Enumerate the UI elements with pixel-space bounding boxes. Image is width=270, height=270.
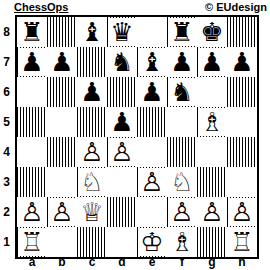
file-label-b: b <box>47 256 77 268</box>
copyright-credit: © EUdesign <box>205 1 267 13</box>
square-h6[interactable] <box>227 77 257 107</box>
rank-label-6: 6 <box>0 77 13 107</box>
white-knight: ♘ <box>79 168 105 196</box>
square-e7[interactable]: ♝ <box>137 47 167 77</box>
square-g7[interactable]: ♟ <box>197 47 227 77</box>
square-d5[interactable]: ♟ <box>107 107 137 137</box>
square-g1[interactable] <box>197 227 227 257</box>
white-knight: ♘ <box>169 168 195 196</box>
rank-label-8: 8 <box>0 17 13 47</box>
black-queen: ♛ <box>109 18 135 46</box>
black-pawn: ♟ <box>199 48 225 76</box>
square-e3[interactable]: ♙ <box>137 167 167 197</box>
file-label-c: c <box>77 256 107 268</box>
rank-label-3: 3 <box>0 167 13 197</box>
rank-label-7: 7 <box>0 47 13 77</box>
square-c1[interactable] <box>77 227 107 257</box>
square-b8[interactable] <box>47 17 77 47</box>
file-label-d: d <box>107 256 137 268</box>
black-rook: ♜ <box>19 18 45 46</box>
white-pawn: ♙ <box>229 198 255 226</box>
file-label-a: a <box>17 256 47 268</box>
square-f2[interactable]: ♙ <box>167 197 197 227</box>
square-g5[interactable]: ♗ <box>197 107 227 137</box>
square-h8[interactable] <box>227 17 257 47</box>
black-rook: ♜ <box>169 18 195 46</box>
black-knight: ♞ <box>169 78 195 106</box>
square-f5[interactable] <box>167 107 197 137</box>
square-e2[interactable] <box>137 197 167 227</box>
black-pawn: ♟ <box>139 78 165 106</box>
square-e8[interactable] <box>137 17 167 47</box>
square-a7[interactable]: ♟ <box>17 47 47 77</box>
square-f3[interactable]: ♘ <box>167 167 197 197</box>
file-label-g: g <box>197 256 227 268</box>
square-h1[interactable]: ♖ <box>227 227 257 257</box>
square-b4[interactable] <box>47 137 77 167</box>
chess-board: ♜♝♛♜♚♟♟♞♝♟♟♟♟♟♞♟♗♙♙♘♙♘♙♙♕♙♙♙♖♔♗♖ <box>15 15 259 259</box>
black-bishop: ♝ <box>139 48 165 76</box>
square-h3[interactable] <box>227 167 257 197</box>
square-f6[interactable]: ♞ <box>167 77 197 107</box>
square-c3[interactable]: ♘ <box>77 167 107 197</box>
square-h4[interactable] <box>227 137 257 167</box>
square-e4[interactable] <box>137 137 167 167</box>
square-e6[interactable]: ♟ <box>137 77 167 107</box>
square-d6[interactable] <box>107 77 137 107</box>
square-d4[interactable]: ♙ <box>107 137 137 167</box>
square-d2[interactable] <box>107 197 137 227</box>
square-a6[interactable] <box>17 77 47 107</box>
square-b7[interactable]: ♟ <box>47 47 77 77</box>
square-f8[interactable]: ♜ <box>167 17 197 47</box>
square-g3[interactable] <box>197 167 227 197</box>
black-knight: ♞ <box>109 48 135 76</box>
white-pawn: ♙ <box>49 198 75 226</box>
square-d1[interactable] <box>107 227 137 257</box>
square-c5[interactable] <box>77 107 107 137</box>
white-pawn: ♙ <box>79 138 105 166</box>
square-a8[interactable]: ♜ <box>17 17 47 47</box>
square-b3[interactable] <box>47 167 77 197</box>
square-a1[interactable]: ♖ <box>17 227 47 257</box>
square-g2[interactable]: ♙ <box>197 197 227 227</box>
black-pawn: ♟ <box>49 48 75 76</box>
rank-label-1: 1 <box>0 227 13 257</box>
file-label-h: h <box>227 256 257 268</box>
square-e5[interactable] <box>137 107 167 137</box>
square-a2[interactable]: ♙ <box>17 197 47 227</box>
square-c8[interactable]: ♝ <box>77 17 107 47</box>
white-pawn: ♙ <box>169 198 195 226</box>
square-h2[interactable]: ♙ <box>227 197 257 227</box>
square-e1[interactable]: ♔ <box>137 227 167 257</box>
rank-label-2: 2 <box>0 197 13 227</box>
white-pawn: ♙ <box>19 198 45 226</box>
square-c7[interactable] <box>77 47 107 77</box>
square-g8[interactable]: ♚ <box>197 17 227 47</box>
white-rook: ♖ <box>229 228 255 256</box>
white-pawn: ♙ <box>139 168 165 196</box>
square-d3[interactable] <box>107 167 137 197</box>
black-pawn: ♟ <box>19 48 45 76</box>
square-g6[interactable] <box>197 77 227 107</box>
square-b2[interactable]: ♙ <box>47 197 77 227</box>
square-a5[interactable] <box>17 107 47 137</box>
white-rook: ♖ <box>19 228 45 256</box>
white-bishop: ♗ <box>169 228 195 256</box>
square-f7[interactable]: ♟ <box>167 47 197 77</box>
file-label-f: f <box>167 256 197 268</box>
square-a4[interactable] <box>17 137 47 167</box>
square-b1[interactable] <box>47 227 77 257</box>
black-pawn: ♟ <box>169 48 195 76</box>
square-c6[interactable]: ♟ <box>77 77 107 107</box>
rank-label-4: 4 <box>0 137 13 167</box>
square-g4[interactable] <box>197 137 227 167</box>
square-f1[interactable]: ♗ <box>167 227 197 257</box>
black-bishop: ♝ <box>79 18 105 46</box>
black-king: ♚ <box>199 18 225 46</box>
square-d7[interactable]: ♞ <box>107 47 137 77</box>
square-d8[interactable]: ♛ <box>107 17 137 47</box>
app-title: ChessOps <box>14 1 68 13</box>
white-pawn: ♙ <box>199 198 225 226</box>
square-b6[interactable] <box>47 77 77 107</box>
square-b5[interactable] <box>47 107 77 137</box>
black-pawn: ♟ <box>109 108 135 136</box>
square-c4[interactable]: ♙ <box>77 137 107 167</box>
black-pawn: ♟ <box>79 78 105 106</box>
white-king: ♔ <box>139 228 165 256</box>
white-queen: ♕ <box>79 198 105 226</box>
rank-label-5: 5 <box>0 107 13 137</box>
square-f4[interactable] <box>167 137 197 167</box>
black-pawn: ♟ <box>229 48 255 76</box>
square-h5[interactable] <box>227 107 257 137</box>
white-pawn: ♙ <box>109 138 135 166</box>
square-c2[interactable]: ♕ <box>77 197 107 227</box>
square-h7[interactable]: ♟ <box>227 47 257 77</box>
file-label-e: e <box>137 256 167 268</box>
white-bishop: ♗ <box>199 108 225 136</box>
square-a3[interactable] <box>17 167 47 197</box>
